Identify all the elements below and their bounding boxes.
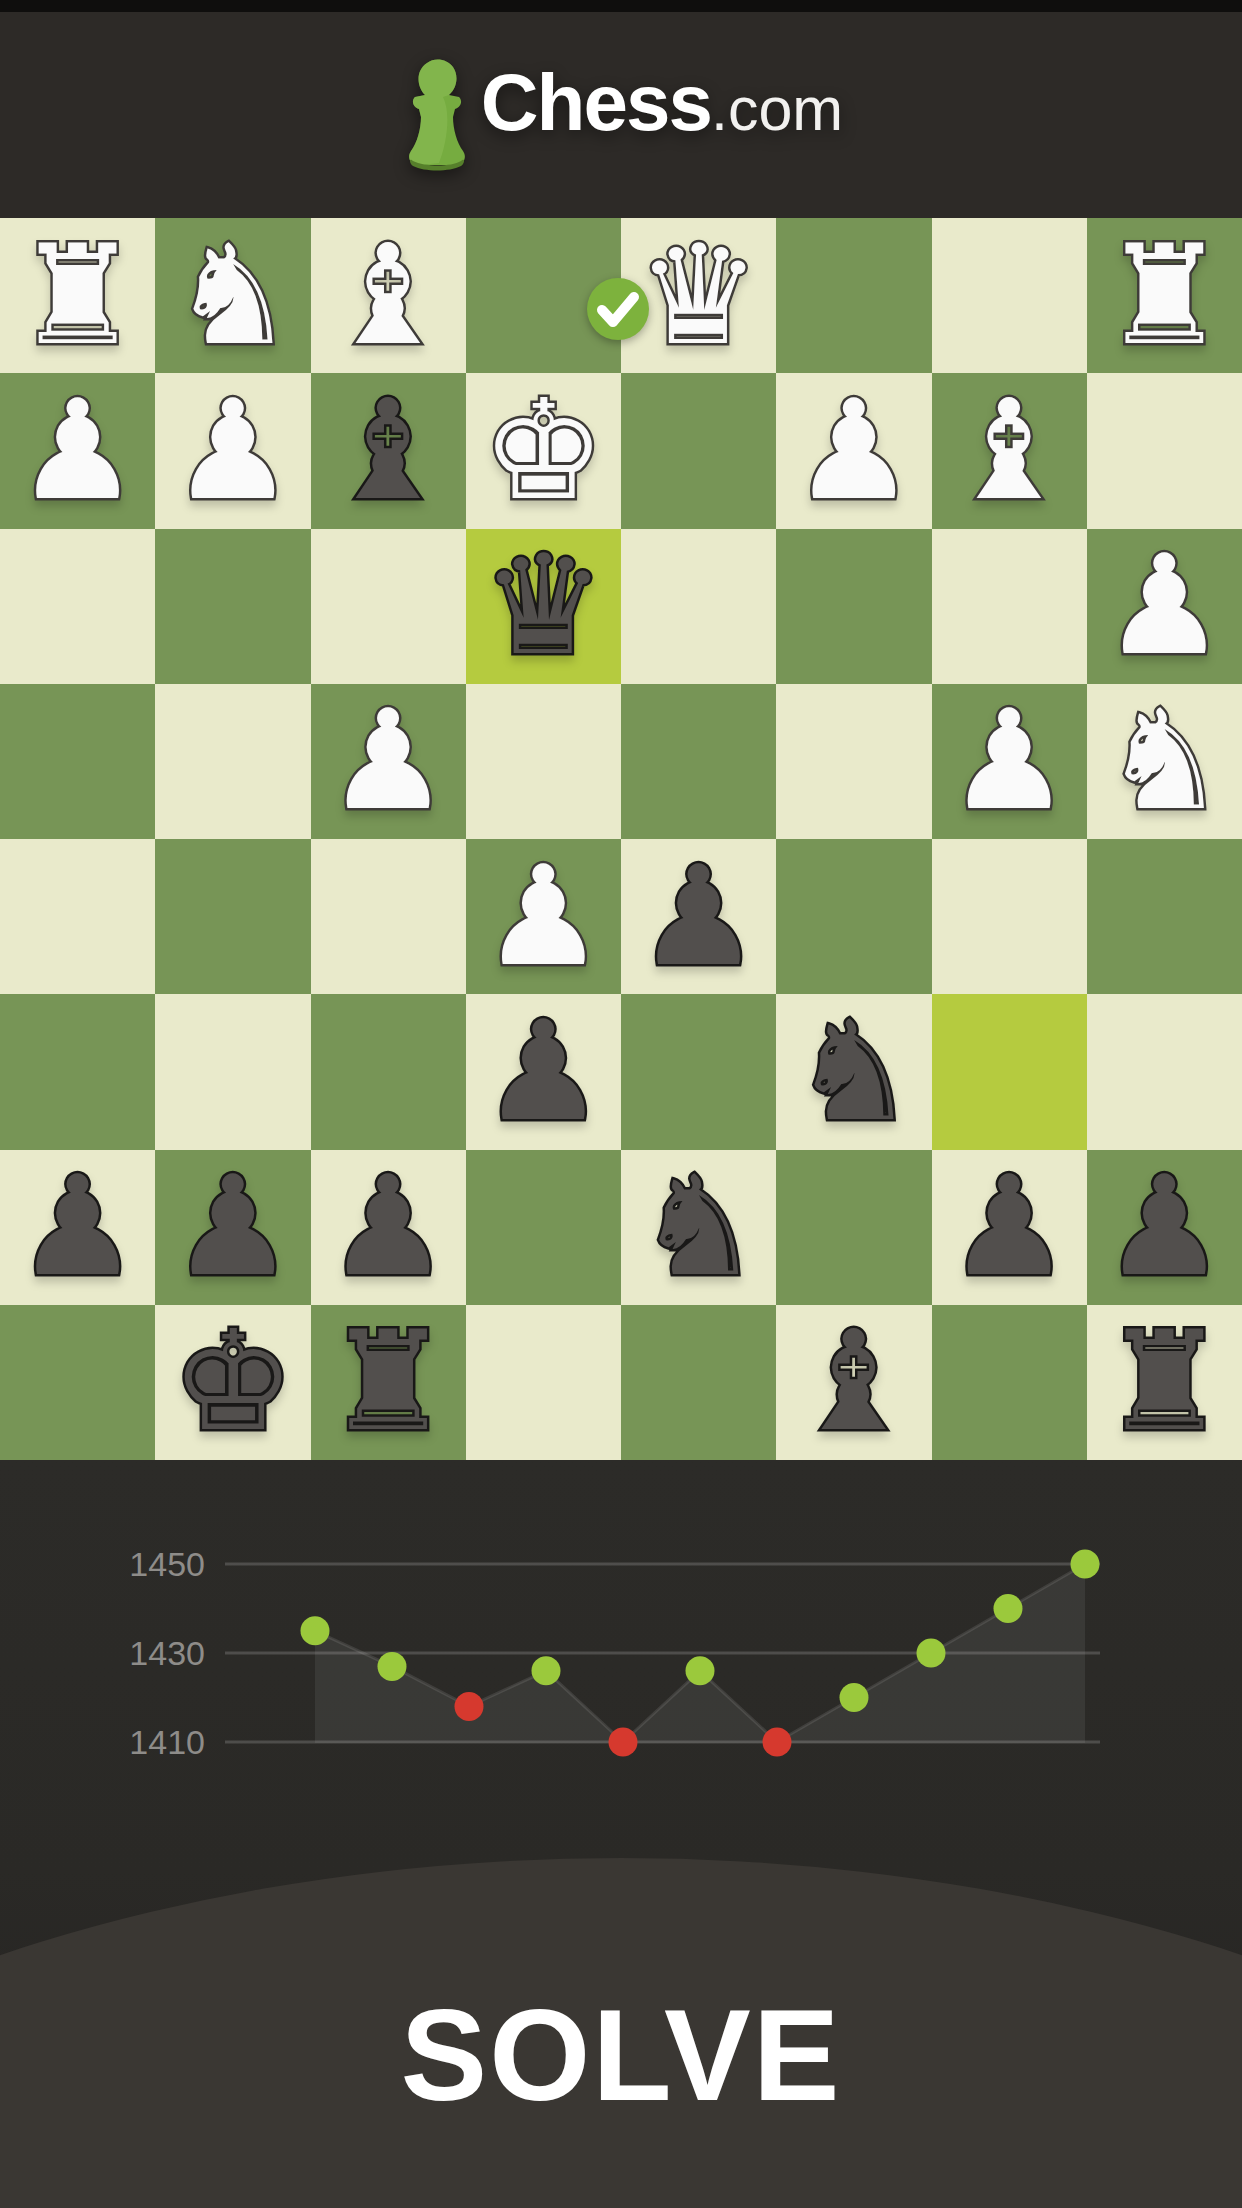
square-e8[interactable] — [466, 1305, 621, 1460]
rating-point-win — [301, 1616, 330, 1645]
square-d7[interactable]: ♞ — [621, 1150, 776, 1305]
square-c6[interactable]: ♞ — [776, 994, 931, 1149]
square-a7[interactable]: ♟ — [1087, 1150, 1242, 1305]
white-pawn[interactable]: ♟ — [16, 382, 140, 520]
square-b5[interactable] — [932, 839, 1087, 994]
rating-point-win — [917, 1639, 946, 1668]
square-f5[interactable] — [311, 839, 466, 994]
white-knight[interactable]: ♞ — [171, 227, 295, 365]
black-pawn[interactable]: ♟ — [482, 1003, 606, 1141]
black-rook[interactable]: ♜ — [326, 1313, 450, 1451]
chess-board[interactable]: ♜♞♝♛♜♟♟♝♚♟♝♛♟♟♟♞♟♟♟♞♟♟♟♞♟♟♚♜♝♜ — [0, 218, 1242, 1460]
square-h7[interactable]: ♟ — [0, 1150, 155, 1305]
square-a1[interactable]: ♜ — [1087, 218, 1242, 373]
y-tick-label: 1430 — [129, 1634, 205, 1672]
square-g4[interactable] — [155, 684, 310, 839]
rating-point-win — [686, 1656, 715, 1685]
square-g8[interactable]: ♚ — [155, 1305, 310, 1460]
square-d6[interactable] — [621, 994, 776, 1149]
black-knight[interactable]: ♞ — [637, 1158, 761, 1296]
white-pawn[interactable]: ♟ — [1103, 537, 1227, 675]
bottom-panel: 145014301410 SOLVE — [0, 1460, 1242, 2208]
rating-point-win — [532, 1656, 561, 1685]
square-e5[interactable]: ♟ — [466, 839, 621, 994]
correct-move-badge — [585, 276, 651, 342]
white-bishop[interactable]: ♝ — [326, 227, 450, 365]
square-g3[interactable] — [155, 529, 310, 684]
square-g5[interactable] — [155, 839, 310, 994]
square-c7[interactable] — [776, 1150, 931, 1305]
square-d3[interactable] — [621, 529, 776, 684]
square-d4[interactable] — [621, 684, 776, 839]
square-h5[interactable] — [0, 839, 155, 994]
white-pawn[interactable]: ♟ — [792, 382, 916, 520]
square-b3[interactable] — [932, 529, 1087, 684]
square-f4[interactable]: ♟ — [311, 684, 466, 839]
y-tick-label: 1410 — [129, 1723, 205, 1761]
square-c8[interactable]: ♝ — [776, 1305, 931, 1460]
black-bishop[interactable]: ♝ — [792, 1313, 916, 1451]
square-h6[interactable] — [0, 994, 155, 1149]
square-g7[interactable]: ♟ — [155, 1150, 310, 1305]
square-e2[interactable]: ♚ — [466, 373, 621, 528]
white-pawn[interactable]: ♟ — [326, 692, 450, 830]
square-b1[interactable] — [932, 218, 1087, 373]
square-d8[interactable] — [621, 1305, 776, 1460]
square-c2[interactable]: ♟ — [776, 373, 931, 528]
square-g2[interactable]: ♟ — [155, 373, 310, 528]
square-h2[interactable]: ♟ — [0, 373, 155, 528]
rating-point-win — [840, 1683, 869, 1712]
square-b2[interactable]: ♝ — [932, 373, 1087, 528]
square-e3[interactable]: ♛ — [466, 529, 621, 684]
square-a6[interactable] — [1087, 994, 1242, 1149]
square-b7[interactable]: ♟ — [932, 1150, 1087, 1305]
solve-button[interactable]: SOLVE — [0, 1980, 1242, 2130]
square-c1[interactable] — [776, 218, 931, 373]
square-d2[interactable] — [621, 373, 776, 528]
square-f3[interactable] — [311, 529, 466, 684]
rating-point-loss — [455, 1692, 484, 1721]
brand-suffix-text: .com — [711, 74, 843, 144]
rating-point-win — [1071, 1550, 1100, 1579]
square-f7[interactable]: ♟ — [311, 1150, 466, 1305]
square-a2[interactable] — [1087, 373, 1242, 528]
square-f1[interactable]: ♝ — [311, 218, 466, 373]
square-h4[interactable] — [0, 684, 155, 839]
puzzle-screen: Chess .com ♜♞♝♛♜♟♟♝♚♟♝♛♟♟♟♞♟♟♟♞♟♟♟♞♟♟♚♜♝… — [0, 0, 1242, 2208]
square-c4[interactable] — [776, 684, 931, 839]
white-knight[interactable]: ♞ — [1103, 692, 1227, 830]
black-pawn[interactable]: ♟ — [947, 1158, 1071, 1296]
square-c5[interactable] — [776, 839, 931, 994]
square-e4[interactable] — [466, 684, 621, 839]
square-f6[interactable] — [311, 994, 466, 1149]
green-pawn-icon — [399, 53, 475, 173]
black-pawn[interactable]: ♟ — [326, 1158, 450, 1296]
rating-point-loss — [763, 1728, 792, 1757]
black-bishop[interactable]: ♝ — [326, 382, 450, 520]
square-a4[interactable]: ♞ — [1087, 684, 1242, 839]
square-d5[interactable]: ♟ — [621, 839, 776, 994]
black-pawn[interactable]: ♟ — [637, 848, 761, 986]
square-c3[interactable] — [776, 529, 931, 684]
black-pawn[interactable]: ♟ — [171, 1158, 295, 1296]
white-queen[interactable]: ♛ — [637, 227, 761, 365]
black-rook[interactable]: ♜ — [1103, 1313, 1227, 1451]
brand-text: Chess — [481, 57, 711, 149]
rating-chart: 145014301410 — [0, 1460, 1242, 1880]
white-pawn[interactable]: ♟ — [171, 382, 295, 520]
square-b8[interactable] — [932, 1305, 1087, 1460]
square-b6[interactable] — [932, 994, 1087, 1149]
white-rook[interactable]: ♜ — [1103, 227, 1227, 365]
white-king[interactable]: ♚ — [482, 382, 606, 520]
app-header: Chess .com — [0, 12, 1242, 218]
rating-point-win — [378, 1652, 407, 1681]
black-queen[interactable]: ♛ — [482, 537, 606, 675]
square-a8[interactable]: ♜ — [1087, 1305, 1242, 1460]
y-tick-label: 1450 — [129, 1545, 205, 1583]
square-a5[interactable] — [1087, 839, 1242, 994]
black-knight[interactable]: ♞ — [792, 1003, 916, 1141]
square-g1[interactable]: ♞ — [155, 218, 310, 373]
square-a3[interactable]: ♟ — [1087, 529, 1242, 684]
status-bar — [0, 0, 1242, 12]
square-b4[interactable]: ♟ — [932, 684, 1087, 839]
square-f2[interactable]: ♝ — [311, 373, 466, 528]
white-pawn[interactable]: ♟ — [482, 848, 606, 986]
chesscom-logo: Chess .com — [399, 57, 843, 173]
square-e7[interactable] — [466, 1150, 621, 1305]
square-f8[interactable]: ♜ — [311, 1305, 466, 1460]
black-pawn[interactable]: ♟ — [16, 1158, 140, 1296]
square-e6[interactable]: ♟ — [466, 994, 621, 1149]
black-king[interactable]: ♚ — [171, 1313, 295, 1451]
square-h3[interactable] — [0, 529, 155, 684]
rating-point-loss — [609, 1728, 638, 1757]
square-h1[interactable]: ♜ — [0, 218, 155, 373]
square-g6[interactable] — [155, 994, 310, 1149]
white-pawn[interactable]: ♟ — [947, 692, 1071, 830]
white-rook[interactable]: ♜ — [16, 227, 140, 365]
white-bishop[interactable]: ♝ — [947, 382, 1071, 520]
black-pawn[interactable]: ♟ — [1103, 1158, 1227, 1296]
rating-point-win — [994, 1594, 1023, 1623]
square-h8[interactable] — [0, 1305, 155, 1460]
